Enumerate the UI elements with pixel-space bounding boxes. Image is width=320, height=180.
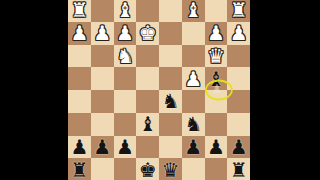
- black-pawn[interactable]: ♟: [207, 136, 225, 156]
- square-a1[interactable]: ♜: [227, 0, 250, 22]
- square-f7[interactable]: ♟: [114, 136, 137, 159]
- black-pawn[interactable]: ♟: [230, 136, 248, 156]
- square-e4[interactable]: [136, 67, 159, 90]
- square-d1[interactable]: [159, 0, 182, 22]
- square-c7[interactable]: ♟: [182, 136, 205, 159]
- letterbox-left: [0, 0, 68, 180]
- square-g3[interactable]: [91, 45, 114, 68]
- white-pawn[interactable]: ♟: [184, 68, 202, 88]
- square-e2[interactable]: ♚: [136, 22, 159, 45]
- square-d7[interactable]: [159, 136, 182, 159]
- square-d4[interactable]: [159, 67, 182, 90]
- square-b6[interactable]: [205, 113, 228, 136]
- square-h7[interactable]: ♟: [68, 136, 91, 159]
- square-b7[interactable]: ♟: [205, 136, 228, 159]
- black-king[interactable]: ♚: [139, 159, 157, 179]
- video-frame: ♜♝♝♜♟♟♟♚♟♟♞♛♟♝♞♝♞♟♟♟♟♟♟♜♚♛♜ ♟: [0, 0, 320, 180]
- square-h5[interactable]: [68, 90, 91, 113]
- square-g2[interactable]: ♟: [91, 22, 114, 45]
- white-pawn[interactable]: ♟: [230, 23, 248, 43]
- square-f3[interactable]: ♞: [114, 45, 137, 68]
- square-a5[interactable]: [227, 90, 250, 113]
- square-h3[interactable]: [68, 45, 91, 68]
- white-bishop[interactable]: ♝: [184, 0, 202, 20]
- black-pawn[interactable]: ♟: [116, 136, 134, 156]
- square-c8[interactable]: [182, 158, 205, 180]
- black-rook[interactable]: ♜: [70, 159, 88, 179]
- square-b8[interactable]: [205, 158, 228, 180]
- white-knight[interactable]: ♞: [116, 45, 134, 65]
- square-c4[interactable]: ♟: [182, 67, 205, 90]
- square-a7[interactable]: ♟: [227, 136, 250, 159]
- white-rook[interactable]: ♜: [230, 0, 248, 20]
- square-a6[interactable]: [227, 113, 250, 136]
- square-e5[interactable]: [136, 90, 159, 113]
- square-g1[interactable]: [91, 0, 114, 22]
- square-d2[interactable]: [159, 22, 182, 45]
- square-g8[interactable]: [91, 158, 114, 180]
- square-e7[interactable]: [136, 136, 159, 159]
- square-c3[interactable]: [182, 45, 205, 68]
- square-e1[interactable]: [136, 0, 159, 22]
- white-pawn[interactable]: ♟: [70, 23, 88, 43]
- square-e6[interactable]: ♝: [136, 113, 159, 136]
- square-g5[interactable]: [91, 90, 114, 113]
- square-b3[interactable]: ♛: [205, 45, 228, 68]
- black-knight[interactable]: ♞: [161, 91, 179, 111]
- square-a8[interactable]: ♜: [227, 158, 250, 180]
- square-a4[interactable]: [227, 67, 250, 90]
- square-f5[interactable]: [114, 90, 137, 113]
- black-pawn[interactable]: ♟: [70, 136, 88, 156]
- white-rook[interactable]: ♜: [70, 0, 88, 20]
- black-pawn[interactable]: ♟: [184, 136, 202, 156]
- white-king[interactable]: ♚: [139, 23, 157, 43]
- black-knight[interactable]: ♞: [184, 114, 202, 134]
- square-e8[interactable]: ♚: [136, 158, 159, 180]
- square-h8[interactable]: ♜: [68, 158, 91, 180]
- letterbox-right: [250, 0, 320, 180]
- square-g7[interactable]: ♟: [91, 136, 114, 159]
- square-d8[interactable]: ♛: [159, 158, 182, 180]
- black-bishop[interactable]: ♝: [207, 68, 225, 88]
- white-queen[interactable]: ♛: [207, 45, 225, 65]
- white-bishop[interactable]: ♝: [116, 0, 134, 20]
- square-f1[interactable]: ♝: [114, 0, 137, 22]
- square-g6[interactable]: [91, 113, 114, 136]
- square-b2[interactable]: ♟: [205, 22, 228, 45]
- square-f2[interactable]: ♟: [114, 22, 137, 45]
- square-a3[interactable]: [227, 45, 250, 68]
- square-d5[interactable]: ♞: [159, 90, 182, 113]
- square-d3[interactable]: [159, 45, 182, 68]
- square-g4[interactable]: [91, 67, 114, 90]
- square-c6[interactable]: ♞: [182, 113, 205, 136]
- square-b1[interactable]: [205, 0, 228, 22]
- square-b4[interactable]: ♝: [205, 67, 228, 90]
- square-c2[interactable]: [182, 22, 205, 45]
- white-pawn[interactable]: ♟: [116, 23, 134, 43]
- square-f8[interactable]: [114, 158, 137, 180]
- square-b5[interactable]: [205, 90, 228, 113]
- square-f6[interactable]: [114, 113, 137, 136]
- square-c5[interactable]: [182, 90, 205, 113]
- square-c1[interactable]: ♝: [182, 0, 205, 22]
- white-pawn[interactable]: ♟: [93, 23, 111, 43]
- square-d6[interactable]: [159, 113, 182, 136]
- black-bishop[interactable]: ♝: [139, 114, 157, 134]
- square-a2[interactable]: ♟: [227, 22, 250, 45]
- square-f4[interactable]: [114, 67, 137, 90]
- black-pawn[interactable]: ♟: [93, 136, 111, 156]
- white-pawn[interactable]: ♟: [207, 23, 225, 43]
- square-h1[interactable]: ♜: [68, 0, 91, 22]
- square-e3[interactable]: [136, 45, 159, 68]
- square-h6[interactable]: [68, 113, 91, 136]
- square-h2[interactable]: ♟: [68, 22, 91, 45]
- black-rook[interactable]: ♜: [230, 159, 248, 179]
- chess-board[interactable]: ♜♝♝♜♟♟♟♚♟♟♞♛♟♝♞♝♞♟♟♟♟♟♟♜♚♛♜: [68, 0, 250, 180]
- black-queen[interactable]: ♛: [161, 159, 179, 179]
- square-h4[interactable]: [68, 67, 91, 90]
